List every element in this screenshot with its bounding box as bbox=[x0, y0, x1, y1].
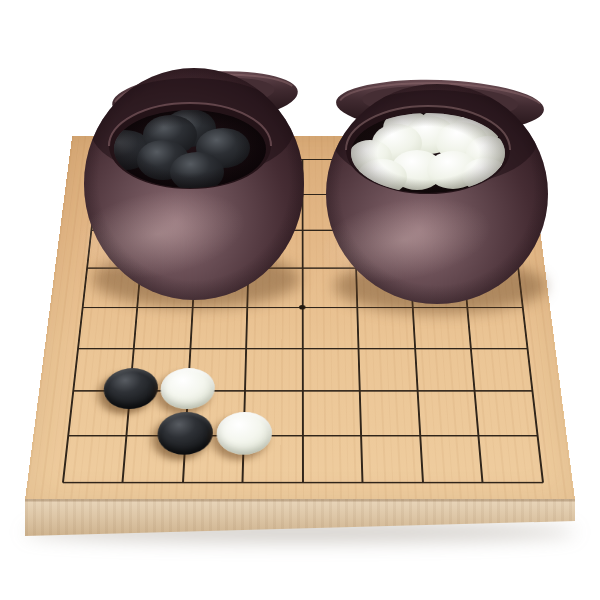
intersection-H4[interactable] bbox=[442, 328, 502, 370]
intersection-G4[interactable] bbox=[386, 328, 445, 370]
intersection-F4[interactable] bbox=[330, 328, 387, 370]
intersection-J2[interactable] bbox=[506, 413, 570, 459]
intersection-C2[interactable] bbox=[154, 413, 215, 459]
white-stone-bowl[interactable] bbox=[322, 56, 562, 318]
black-stone[interactable] bbox=[156, 412, 213, 455]
intersection-D4[interactable] bbox=[217, 328, 274, 370]
intersection-G3[interactable] bbox=[388, 370, 448, 414]
intersection-F2[interactable] bbox=[332, 413, 392, 459]
intersection-D2[interactable] bbox=[214, 413, 274, 459]
intersection-E3[interactable] bbox=[274, 370, 332, 414]
intersection-F3[interactable] bbox=[331, 370, 390, 414]
intersection-A4[interactable] bbox=[47, 328, 108, 370]
intersection-A2[interactable] bbox=[36, 413, 100, 459]
intersection-J3[interactable] bbox=[501, 370, 563, 414]
intersection-J4[interactable] bbox=[497, 328, 558, 370]
white-stone[interactable] bbox=[216, 412, 272, 455]
photo-stage bbox=[0, 0, 600, 600]
intersection-E2[interactable] bbox=[273, 413, 332, 459]
intersection-B3[interactable] bbox=[100, 370, 161, 414]
intersection-G2[interactable] bbox=[390, 413, 451, 459]
intersection-C3[interactable] bbox=[158, 370, 218, 414]
intersection-A3[interactable] bbox=[42, 370, 104, 414]
intersection-C4[interactable] bbox=[161, 328, 220, 370]
white-stone[interactable] bbox=[160, 368, 216, 409]
black-stone-bowl[interactable] bbox=[80, 44, 310, 312]
intersection-E4[interactable] bbox=[274, 328, 331, 370]
black-stone[interactable] bbox=[102, 368, 159, 409]
intersection-H3[interactable] bbox=[445, 370, 506, 414]
intersection-H2[interactable] bbox=[448, 413, 511, 459]
intersection-B4[interactable] bbox=[104, 328, 164, 370]
intersection-D3[interactable] bbox=[216, 370, 275, 414]
intersection-B2[interactable] bbox=[95, 413, 158, 459]
